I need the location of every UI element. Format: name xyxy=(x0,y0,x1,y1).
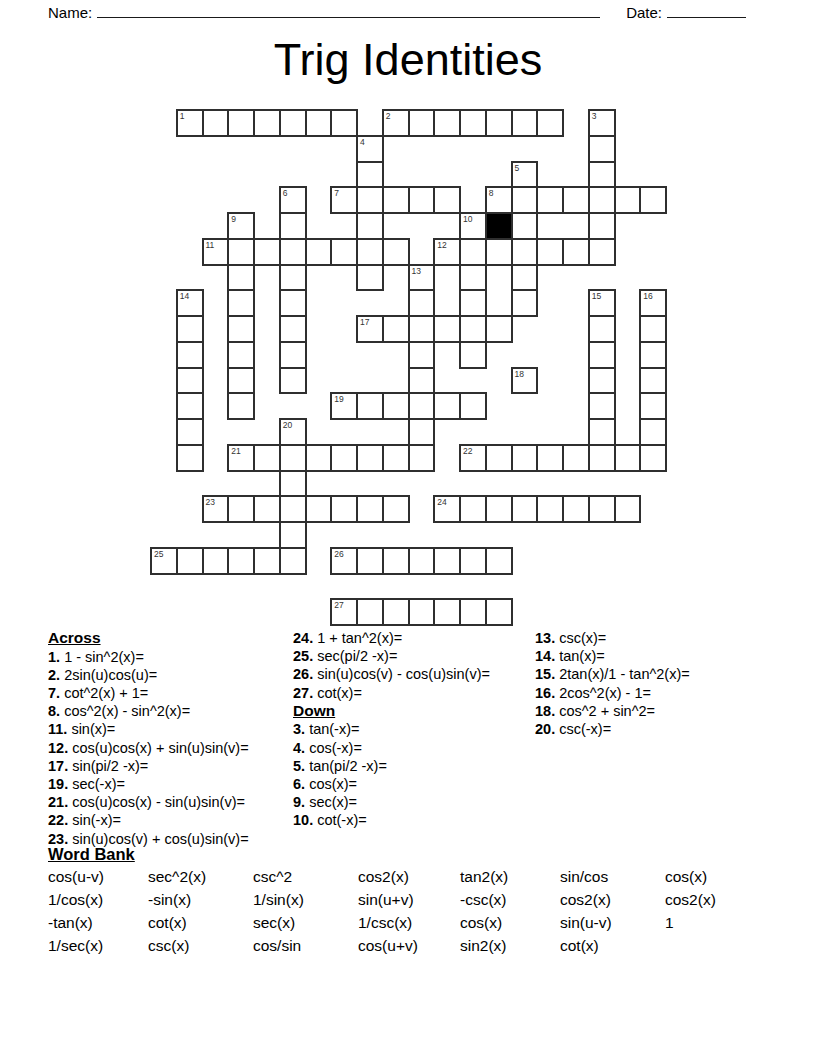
cell-number-25: 25 xyxy=(154,549,163,559)
cell-number-18: 18 xyxy=(515,369,524,379)
grid-cell-r17c0[interactable]: 25 xyxy=(150,547,178,575)
clue-6: 6. cos(x)= xyxy=(293,775,538,793)
grid-cell-r12c1[interactable] xyxy=(176,418,204,446)
cell-number-4: 4 xyxy=(360,137,365,147)
cell-number-10: 10 xyxy=(463,214,472,224)
grid-cell-r3c5[interactable]: 6 xyxy=(279,186,307,214)
grid-cell-r11c10[interactable] xyxy=(408,392,436,420)
grid-cell-r0c13[interactable] xyxy=(485,109,513,137)
grid-cell-r0c15[interactable] xyxy=(536,109,564,137)
grid-cell-r5c7[interactable] xyxy=(330,238,358,266)
cell-number-13: 13 xyxy=(412,266,421,276)
grid-cell-r11c9[interactable] xyxy=(382,392,410,420)
clue-25: 25. sec(pi/2 -x)= xyxy=(293,647,538,665)
name-label: Name: xyxy=(48,4,92,21)
grid-cell-r3c9[interactable] xyxy=(382,186,410,214)
clue-22: 22. sin(-x)= xyxy=(48,811,293,829)
grid-cell-r15c8[interactable] xyxy=(356,495,384,523)
grid-cell-r13c17[interactable] xyxy=(588,444,616,472)
clue-18: 18. cos^2 + sin^2= xyxy=(535,702,780,720)
clue-24: 24. 1 + tan^2(x)= xyxy=(293,629,538,647)
word-bank-item: cos(x) xyxy=(460,914,560,932)
grid-cell-r15c15[interactable] xyxy=(536,495,564,523)
clue-1: 1. 1 - sin^2(x)= xyxy=(48,648,293,666)
grid-cell-r5c15[interactable] xyxy=(536,238,564,266)
grid-cell-r7c5[interactable] xyxy=(279,289,307,317)
clue-10: 10. cot(-x)= xyxy=(293,811,538,829)
grid-cell-r0c1[interactable]: 1 xyxy=(176,109,204,137)
grid-cell-r13c7[interactable] xyxy=(330,444,358,472)
cell-number-17: 17 xyxy=(360,317,369,327)
grid-cell-r7c3[interactable] xyxy=(227,289,255,317)
grid-cell-r17c1[interactable] xyxy=(176,547,204,575)
word-bank-item: cos2(x) xyxy=(665,891,775,909)
word-bank-item: cos2(x) xyxy=(358,868,460,886)
grid-cell-r11c3[interactable] xyxy=(227,392,255,420)
grid-cell-r10c14[interactable]: 18 xyxy=(511,367,539,395)
grid-cell-r3c14[interactable] xyxy=(511,186,539,214)
word-bank-item: -tan(x) xyxy=(48,914,148,932)
grid-cell-r3c19[interactable] xyxy=(639,186,667,214)
grid-cell-r19c13[interactable] xyxy=(485,598,513,626)
cell-number-11: 11 xyxy=(206,240,215,250)
clue-17: 17. sin(pi/2 -x)= xyxy=(48,757,293,775)
grid-cell-r5c8[interactable] xyxy=(356,238,384,266)
clues-column-2: 24. 1 + tan^2(x)=25. sec(pi/2 -x)=26. si… xyxy=(293,629,538,830)
grid-cell-r11c12[interactable] xyxy=(459,392,487,420)
grid-cell-r9c5[interactable] xyxy=(279,341,307,369)
word-bank-item: cos2(x) xyxy=(560,891,665,909)
grid-cell-r17c13[interactable] xyxy=(485,547,513,575)
grid-cell-r16c5[interactable] xyxy=(279,521,307,549)
grid-cell-r15c17[interactable] xyxy=(588,495,616,523)
grid-cell-r15c5[interactable] xyxy=(279,495,307,523)
word-bank-item: 1/csc(x) xyxy=(358,914,460,932)
cell-number-23: 23 xyxy=(206,497,215,507)
grid-cell-r0c10[interactable] xyxy=(408,109,436,137)
word-bank-item: csc^2 xyxy=(253,868,358,886)
word-bank-items: cos(u-v)sec^2(x)csc^2cos2(x)tan2(x)sin/c… xyxy=(48,866,775,958)
grid-cell-r19c8[interactable] xyxy=(356,598,384,626)
clue-7: 7. cot^2(x) + 1= xyxy=(48,684,293,702)
grid-cell-r0c14[interactable] xyxy=(511,109,539,137)
grid-cell-r15c16[interactable] xyxy=(562,495,590,523)
grid-cell-r6c10[interactable]: 13 xyxy=(408,264,436,292)
grid-cell-r11c1[interactable] xyxy=(176,392,204,420)
cell-number-2: 2 xyxy=(386,111,391,121)
grid-cell-r3c11[interactable] xyxy=(433,186,461,214)
grid-cell-r7c14[interactable] xyxy=(511,289,539,317)
clue-27: 27. cot(x)= xyxy=(293,684,538,702)
grid-cell-r15c9[interactable] xyxy=(382,495,410,523)
clue-21: 21. cos(u)cos(x) - sin(u)sin(v)= xyxy=(48,793,293,811)
grid-cell-r3c8[interactable] xyxy=(356,186,384,214)
grid-cell-r3c7[interactable]: 7 xyxy=(330,186,358,214)
grid-cell-r0c17[interactable]: 3 xyxy=(588,109,616,137)
word-bank-heading: Word Bank xyxy=(48,845,135,864)
grid-cell-r4c8[interactable] xyxy=(356,212,384,240)
grid-cell-r13c10[interactable] xyxy=(408,444,436,472)
grid-cell-r2c17[interactable] xyxy=(588,161,616,189)
clue-11: 11. sin(x)= xyxy=(48,720,293,738)
grid-cell-r0c12[interactable] xyxy=(459,109,487,137)
grid-cell-r17c12[interactable] xyxy=(459,547,487,575)
word-bank-item: cot(x) xyxy=(560,937,665,955)
grid-cell-r17c5[interactable] xyxy=(279,547,307,575)
grid-cell-r4c12[interactable]: 10 xyxy=(459,212,487,240)
grid-cell-r3c10[interactable] xyxy=(408,186,436,214)
grid-cell-r1c17[interactable] xyxy=(588,135,616,163)
grid-cell-r10c17[interactable] xyxy=(588,367,616,395)
grid-cell-r19c12[interactable] xyxy=(459,598,487,626)
clue-12: 12. cos(u)cos(x) + sin(u)sin(v)= xyxy=(48,739,293,757)
name-blank-line[interactable] xyxy=(97,2,600,18)
date-label: Date: xyxy=(626,4,662,21)
word-bank-item: cos(u+v) xyxy=(358,937,460,955)
grid-cell-r12c5[interactable]: 20 xyxy=(279,418,307,446)
grid-cell-r13c1[interactable] xyxy=(176,444,204,472)
clues-heading-across: Across xyxy=(48,629,293,648)
crossword-grid: 1234567891011121314151617181920212223242… xyxy=(150,109,666,625)
grid-cell-r5c16[interactable] xyxy=(562,238,590,266)
grid-cell-r10c1[interactable] xyxy=(176,367,204,395)
grid-cell-r8c17[interactable] xyxy=(588,315,616,343)
grid-cell-r15c11[interactable]: 24 xyxy=(433,495,461,523)
grid-cell-r7c19[interactable]: 16 xyxy=(639,289,667,317)
word-bank-item: cot(x) xyxy=(148,914,253,932)
word-bank-item: 1/sec(x) xyxy=(48,937,148,955)
grid-cell-r2c8[interactable] xyxy=(356,161,384,189)
word-bank-item: sec^2(x) xyxy=(148,868,253,886)
clue-19: 19. sec(-x)= xyxy=(48,775,293,793)
grid-cell-r5c13[interactable] xyxy=(485,238,513,266)
grid-cell-r13c13[interactable] xyxy=(485,444,513,472)
grid-cell-r9c19[interactable] xyxy=(639,341,667,369)
grid-cell-r15c2[interactable]: 23 xyxy=(202,495,230,523)
grid-cell-r11c7[interactable]: 19 xyxy=(330,392,358,420)
worksheet-page: Name: Date: Trig Identities 123456789101… xyxy=(0,0,816,1056)
grid-cell-r5c12[interactable] xyxy=(459,238,487,266)
clue-5: 5. tan(pi/2 -x)= xyxy=(293,757,538,775)
grid-cell-r17c8[interactable] xyxy=(356,547,384,575)
word-bank-item: sin(u+v) xyxy=(358,891,460,909)
grid-cell-r4c5[interactable] xyxy=(279,212,307,240)
grid-cell-r5c4[interactable] xyxy=(253,238,281,266)
grid-cell-r19c11[interactable] xyxy=(433,598,461,626)
grid-cell-r15c13[interactable] xyxy=(485,495,513,523)
word-bank-item: 1/sin(x) xyxy=(253,891,358,909)
grid-cell-r8c1[interactable] xyxy=(176,315,204,343)
clue-14: 14. tan(x)= xyxy=(535,647,780,665)
grid-cell-r2c14[interactable]: 5 xyxy=(511,161,539,189)
clue-16: 16. 2cos^2(x) - 1= xyxy=(535,684,780,702)
grid-cell-r9c17[interactable] xyxy=(588,341,616,369)
grid-cell-r10c3[interactable] xyxy=(227,367,255,395)
grid-cell-r13c3[interactable]: 21 xyxy=(227,444,255,472)
grid-cell-r3c17[interactable] xyxy=(588,186,616,214)
cell-number-14: 14 xyxy=(180,291,189,301)
grid-cell-r4c14[interactable] xyxy=(511,212,539,240)
grid-cell-r0c5[interactable] xyxy=(279,109,307,137)
grid-cell-r11c8[interactable] xyxy=(356,392,384,420)
grid-cell-r3c16[interactable] xyxy=(562,186,590,214)
word-bank-item: cos/sin xyxy=(253,937,358,955)
grid-cell-r13c12[interactable]: 22 xyxy=(459,444,487,472)
grid-cell-r6c8[interactable] xyxy=(356,264,384,292)
cell-number-7: 7 xyxy=(334,188,339,198)
grid-cell-r6c3[interactable] xyxy=(227,264,255,292)
grid-cell-r5c6[interactable] xyxy=(305,238,333,266)
grid-cell-r5c11[interactable]: 12 xyxy=(433,238,461,266)
word-bank-item: 1 xyxy=(665,914,775,932)
grid-cell-r13c6[interactable] xyxy=(305,444,333,472)
grid-cell-r17c9[interactable] xyxy=(382,547,410,575)
grid-cell-r6c12[interactable] xyxy=(459,264,487,292)
grid-cell-r0c2[interactable] xyxy=(202,109,230,137)
clue-2: 2. 2sin(u)cos(u)= xyxy=(48,666,293,684)
grid-cell-r12c19[interactable] xyxy=(639,418,667,446)
word-bank-item: cos(x) xyxy=(665,868,775,886)
cell-number-6: 6 xyxy=(283,188,288,198)
grid-cell-r13c14[interactable] xyxy=(511,444,539,472)
cell-number-5: 5 xyxy=(515,163,520,173)
grid-cell-r8c11[interactable] xyxy=(433,315,461,343)
word-bank-item: tan2(x) xyxy=(460,868,560,886)
clue-9: 9. sec(x)= xyxy=(293,793,538,811)
grid-cell-r0c7[interactable] xyxy=(330,109,358,137)
grid-cell-r0c11[interactable] xyxy=(433,109,461,137)
cell-number-15: 15 xyxy=(592,291,601,301)
cell-number-12: 12 xyxy=(437,240,446,250)
grid-cell-r7c17[interactable]: 15 xyxy=(588,289,616,317)
grid-cell-r17c4[interactable] xyxy=(253,547,281,575)
clues-column-3: 13. csc(x)=14. tan(x)=15. 2tan(x)/1 - ta… xyxy=(535,629,780,738)
grid-cell-r4c17[interactable] xyxy=(588,212,616,240)
grid-cell-r11c19[interactable] xyxy=(639,392,667,420)
grid-cell-r7c12[interactable] xyxy=(459,289,487,317)
grid-cell-r6c14[interactable] xyxy=(511,264,539,292)
word-bank-item: cos(u-v) xyxy=(48,868,148,886)
cell-number-1: 1 xyxy=(180,111,185,121)
grid-cell-r13c16[interactable] xyxy=(562,444,590,472)
grid-cell-r17c3[interactable] xyxy=(227,547,255,575)
word-bank-item: 1/cos(x) xyxy=(48,891,148,909)
grid-cell-r13c15[interactable] xyxy=(536,444,564,472)
grid-cell-r6c5[interactable] xyxy=(279,264,307,292)
grid-cell-r15c4[interactable] xyxy=(253,495,281,523)
grid-cell-r9c3[interactable] xyxy=(227,341,255,369)
clue-4: 4. cos(-x)= xyxy=(293,739,538,757)
grid-cell-r8c19[interactable] xyxy=(639,315,667,343)
grid-cell-r13c9[interactable] xyxy=(382,444,410,472)
clue-15: 15. 2tan(x)/1 - tan^2(x)= xyxy=(535,665,780,683)
grid-cell-r3c15[interactable] xyxy=(536,186,564,214)
grid-cell-r5c17[interactable] xyxy=(588,238,616,266)
grid-cell-r13c4[interactable] xyxy=(253,444,281,472)
grid-cell-r3c18[interactable] xyxy=(614,186,642,214)
grid-cell-r5c2[interactable]: 11 xyxy=(202,238,230,266)
grid-cell-r17c10[interactable] xyxy=(408,547,436,575)
cell-number-16: 16 xyxy=(643,291,652,301)
grid-cell-r8c10[interactable] xyxy=(408,315,436,343)
grid-cell-r11c11[interactable] xyxy=(433,392,461,420)
cell-number-20: 20 xyxy=(283,420,292,430)
grid-cell-r5c3[interactable] xyxy=(227,238,255,266)
word-bank-item: sin/cos xyxy=(560,868,665,886)
grid-cell-r12c17[interactable] xyxy=(588,418,616,446)
clue-20: 20. csc(-x)= xyxy=(535,720,780,738)
grid-cell-r3c13[interactable]: 8 xyxy=(485,186,513,214)
grid-cell-r8c5[interactable] xyxy=(279,315,307,343)
cell-number-27: 27 xyxy=(334,600,343,610)
grid-cell-r15c12[interactable] xyxy=(459,495,487,523)
date-blank-line[interactable] xyxy=(667,2,746,18)
grid-cell-r8c9[interactable] xyxy=(382,315,410,343)
grid-cell-r5c5[interactable] xyxy=(279,238,307,266)
grid-cell-r15c3[interactable] xyxy=(227,495,255,523)
grid-cell-r7c1[interactable]: 14 xyxy=(176,289,204,317)
cell-number-3: 3 xyxy=(592,111,597,121)
grid-cell-r9c12[interactable] xyxy=(459,341,487,369)
grid-cell-r17c11[interactable] xyxy=(433,547,461,575)
grid-cell-r13c18[interactable] xyxy=(614,444,642,472)
header: Name: Date: xyxy=(48,2,746,21)
word-bank-item: csc(x) xyxy=(148,937,253,955)
cell-number-26: 26 xyxy=(334,549,343,559)
cell-number-22: 22 xyxy=(463,446,472,456)
clues-column-1: Across1. 1 - sin^2(x)=2. 2sin(u)cos(u)=7… xyxy=(48,629,293,848)
clue-26: 26. sin(u)cos(v) - cos(u)sin(v)= xyxy=(293,665,538,683)
page-title: Trig Identities xyxy=(0,34,816,86)
grid-cell-r10c19[interactable] xyxy=(639,367,667,395)
grid-cell-r15c6[interactable] xyxy=(305,495,333,523)
grid-cell-r13c5[interactable] xyxy=(279,444,307,472)
cell-number-19: 19 xyxy=(334,394,343,404)
word-bank-item: sec(x) xyxy=(253,914,358,932)
grid-cell-r0c4[interactable] xyxy=(253,109,281,137)
grid-cell-r13c19[interactable] xyxy=(639,444,667,472)
grid-cell-r8c12[interactable] xyxy=(459,315,487,343)
grid-cell-r1c8[interactable]: 4 xyxy=(356,135,384,163)
grid-cell-r14c5[interactable] xyxy=(279,470,307,498)
cell-number-21: 21 xyxy=(231,446,240,456)
grid-cell-r15c18[interactable] xyxy=(614,495,642,523)
grid-cell-r15c14[interactable] xyxy=(511,495,539,523)
word-bank-item: -csc(x) xyxy=(460,891,560,909)
grid-cell-r7c10[interactable] xyxy=(408,289,436,317)
grid-cell-r19c7[interactable]: 27 xyxy=(330,598,358,626)
word-bank-item: sin2(x) xyxy=(460,937,560,955)
word-bank-item: -sin(x) xyxy=(148,891,253,909)
cell-number-24: 24 xyxy=(437,497,446,507)
clue-13: 13. csc(x)= xyxy=(535,629,780,647)
grid-cell-r10c10[interactable] xyxy=(408,367,436,395)
grid-cell-r15c7[interactable] xyxy=(330,495,358,523)
grid-cell-r19c9[interactable] xyxy=(382,598,410,626)
grid-cell-r5c14[interactable] xyxy=(511,238,539,266)
grid-cell-r5c9[interactable] xyxy=(382,238,410,266)
grid-cell-r9c1[interactable] xyxy=(176,341,204,369)
grid-cell-r10c5[interactable] xyxy=(279,367,307,395)
grid-cell-r0c6[interactable] xyxy=(305,109,333,137)
grid-cell-r12c10[interactable] xyxy=(408,418,436,446)
grid-cell-r8c3[interactable] xyxy=(227,315,255,343)
grid-cell-r8c13[interactable] xyxy=(485,315,513,343)
word-bank-item: sin(u-v) xyxy=(560,914,665,932)
grid-cell-r4c3[interactable]: 9 xyxy=(227,212,255,240)
grid-cell-r0c9[interactable]: 2 xyxy=(382,109,410,137)
grid-cell-r13c8[interactable] xyxy=(356,444,384,472)
grid-cell-r9c10[interactable] xyxy=(408,341,436,369)
clue-8: 8. cos^2(x) - sin^2(x)= xyxy=(48,702,293,720)
grid-cell-r19c10[interactable] xyxy=(408,598,436,626)
grid-cell-r8c8[interactable]: 17 xyxy=(356,315,384,343)
cell-number-9: 9 xyxy=(231,214,236,224)
grid-cell-r17c7[interactable]: 26 xyxy=(330,547,358,575)
grid-cell-r17c2[interactable] xyxy=(202,547,230,575)
grid-cell-r0c3[interactable] xyxy=(227,109,255,137)
clues-heading-down: Down xyxy=(293,702,538,721)
grid-cell-r11c17[interactable] xyxy=(588,392,616,420)
clue-3: 3. tan(-x)= xyxy=(293,720,538,738)
cell-number-8: 8 xyxy=(489,188,494,198)
black-cell xyxy=(485,212,513,240)
